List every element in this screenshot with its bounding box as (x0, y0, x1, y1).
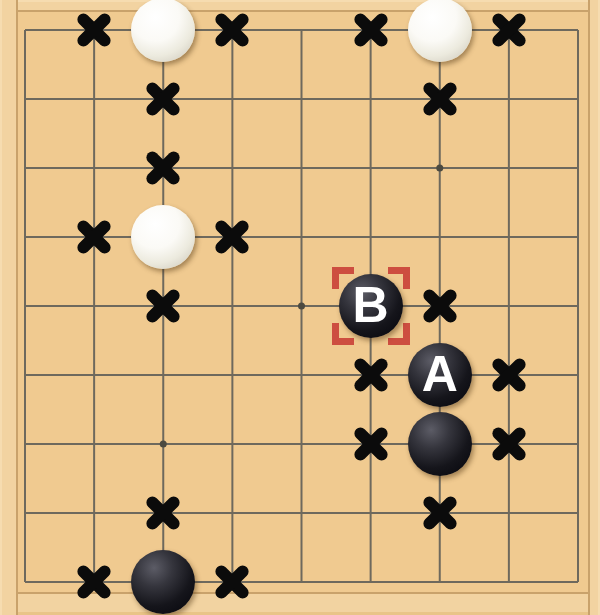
point-B4[interactable] (60, 341, 129, 410)
stone-label-B: B (353, 280, 389, 330)
point-H7[interactable] (474, 134, 543, 203)
point-G1[interactable] (405, 548, 474, 615)
point-J7[interactable] (543, 134, 600, 203)
point-F9[interactable] (336, 0, 405, 65)
point-F4[interactable] (336, 341, 405, 410)
x-mark-icon (210, 8, 254, 52)
point-B3[interactable] (60, 410, 129, 479)
x-mark-icon (349, 353, 393, 397)
x-mark-icon (487, 422, 531, 466)
point-F1[interactable] (336, 548, 405, 615)
x-mark-icon (210, 215, 254, 259)
point-G3[interactable] (405, 410, 474, 479)
board-points: BA (0, 0, 600, 615)
point-F6[interactable] (336, 203, 405, 272)
black-stone: B (339, 274, 403, 338)
point-F2[interactable] (336, 479, 405, 548)
point-A8[interactable] (0, 65, 60, 134)
x-mark-icon (210, 560, 254, 604)
point-C8[interactable] (129, 65, 198, 134)
x-mark-icon (418, 284, 462, 328)
x-mark-icon (349, 8, 393, 52)
point-J8[interactable] (543, 65, 600, 134)
white-stone (408, 0, 472, 62)
point-G7[interactable] (405, 134, 474, 203)
point-F7[interactable] (336, 134, 405, 203)
x-mark-icon (418, 77, 462, 121)
white-stone (131, 205, 195, 269)
point-J9[interactable] (543, 0, 600, 65)
x-mark-icon (487, 353, 531, 397)
point-C4[interactable] (129, 341, 198, 410)
point-A5[interactable] (0, 272, 60, 341)
point-D3[interactable] (198, 410, 267, 479)
point-A7[interactable] (0, 134, 60, 203)
point-H2[interactable] (474, 479, 543, 548)
point-D6[interactable] (198, 203, 267, 272)
point-C5[interactable] (129, 272, 198, 341)
point-A1[interactable] (0, 548, 60, 615)
point-C6[interactable] (129, 203, 198, 272)
x-mark-icon (72, 8, 116, 52)
point-E6[interactable] (267, 203, 336, 272)
point-C7[interactable] (129, 134, 198, 203)
point-J2[interactable] (543, 479, 600, 548)
point-C1[interactable] (129, 548, 198, 615)
point-F5[interactable]: B (336, 272, 405, 341)
point-A2[interactable] (0, 479, 60, 548)
go-board: BA (0, 0, 600, 615)
point-G6[interactable] (405, 203, 474, 272)
point-E2[interactable] (267, 479, 336, 548)
point-J6[interactable] (543, 203, 600, 272)
point-D2[interactable] (198, 479, 267, 548)
black-stone: A (408, 343, 472, 407)
x-mark-icon (141, 284, 185, 328)
point-A4[interactable] (0, 341, 60, 410)
point-E1[interactable] (267, 548, 336, 615)
point-J4[interactable] (543, 341, 600, 410)
point-D1[interactable] (198, 548, 267, 615)
point-D9[interactable] (198, 0, 267, 65)
point-E5[interactable] (267, 272, 336, 341)
point-A6[interactable] (0, 203, 60, 272)
point-E9[interactable] (267, 0, 336, 65)
point-B2[interactable] (60, 479, 129, 548)
point-J3[interactable] (543, 410, 600, 479)
x-mark-icon (141, 77, 185, 121)
point-D8[interactable] (198, 65, 267, 134)
point-G5[interactable] (405, 272, 474, 341)
point-E8[interactable] (267, 65, 336, 134)
white-stone (131, 0, 195, 62)
black-stone (131, 550, 195, 614)
point-E7[interactable] (267, 134, 336, 203)
stone-label-A: A (422, 349, 458, 399)
black-stone (408, 412, 472, 476)
point-G8[interactable] (405, 65, 474, 134)
point-H4[interactable] (474, 341, 543, 410)
point-H8[interactable] (474, 65, 543, 134)
point-B8[interactable] (60, 65, 129, 134)
point-F3[interactable] (336, 410, 405, 479)
point-E4[interactable] (267, 341, 336, 410)
point-A3[interactable] (0, 410, 60, 479)
point-J1[interactable] (543, 548, 600, 615)
point-C3[interactable] (129, 410, 198, 479)
point-B7[interactable] (60, 134, 129, 203)
point-D5[interactable] (198, 272, 267, 341)
point-B9[interactable] (60, 0, 129, 65)
point-D7[interactable] (198, 134, 267, 203)
point-H3[interactable] (474, 410, 543, 479)
point-H6[interactable] (474, 203, 543, 272)
point-H5[interactable] (474, 272, 543, 341)
x-mark-icon (487, 8, 531, 52)
x-mark-icon (141, 146, 185, 190)
point-G4[interactable]: A (405, 341, 474, 410)
point-B5[interactable] (60, 272, 129, 341)
point-G9[interactable] (405, 0, 474, 65)
point-E3[interactable] (267, 410, 336, 479)
point-B6[interactable] (60, 203, 129, 272)
point-G2[interactable] (405, 479, 474, 548)
point-H9[interactable] (474, 0, 543, 65)
x-mark-icon (141, 491, 185, 535)
x-mark-icon (72, 560, 116, 604)
point-C9[interactable] (129, 0, 198, 65)
x-mark-icon (349, 422, 393, 466)
point-F8[interactable] (336, 65, 405, 134)
x-mark-icon (72, 215, 116, 259)
x-mark-icon (418, 491, 462, 535)
point-J5[interactable] (543, 272, 600, 341)
point-A9[interactable] (0, 0, 60, 65)
point-B1[interactable] (60, 548, 129, 615)
point-H1[interactable] (474, 548, 543, 615)
point-C2[interactable] (129, 479, 198, 548)
point-D4[interactable] (198, 341, 267, 410)
